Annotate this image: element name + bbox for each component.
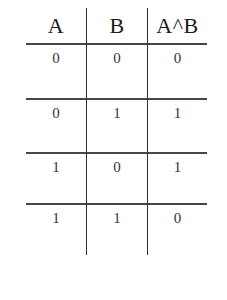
cell-row3-b: 0 [86,152,147,203]
header-cell-a: A [26,8,86,43]
cell-row2-a: 0 [26,98,86,152]
header-cell-b: B [86,8,147,43]
cell-row4-result: 0 [147,203,207,255]
cell-row4-b: 1 [86,203,147,255]
header-cell-a-xor-b: A^B [147,8,207,43]
cell-row1-b: 0 [86,43,147,98]
cell-row3-result: 1 [147,152,207,203]
cell-row1-a: 0 [26,43,86,98]
cell-row4-a: 1 [26,203,86,255]
cell-row1-result: 0 [147,43,207,98]
cell-row2-result: 1 [147,98,207,152]
truth-table-page: { "game": "truth-table-xor", "position":… [0,0,227,300]
cell-row2-b: 1 [86,98,147,152]
cell-row3-a: 1 [26,152,86,203]
xor-truth-table: A B A^B 0 0 0 0 1 1 1 0 1 1 1 0 [26,8,207,255]
